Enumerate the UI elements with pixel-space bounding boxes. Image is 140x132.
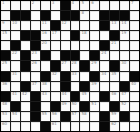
white-cell-10-7[interactable]: 44 (61, 92, 70, 101)
clue-number: 28 (72, 61, 77, 65)
clue-number: 42 (22, 92, 27, 96)
white-cell-9-4[interactable]: 37 (31, 82, 40, 91)
black-cell-7-9 (80, 61, 89, 70)
black-cell-8-10 (90, 72, 99, 81)
white-cell-3-1[interactable]: 9 (1, 21, 10, 30)
white-cell-8-2[interactable]: 31 (11, 72, 20, 81)
white-cell-11-11[interactable] (100, 102, 109, 111)
black-cell-12-7 (61, 112, 70, 121)
white-cell-8-4[interactable] (31, 72, 40, 81)
clue-number: 17 (52, 31, 57, 35)
clue-number: 38 (42, 82, 47, 86)
black-cell-2-3 (21, 11, 30, 20)
clue-number: 13 (111, 21, 116, 25)
clue-number: 61 (52, 122, 57, 126)
white-cell-3-4[interactable] (31, 21, 40, 30)
clue-number: 40 (131, 82, 136, 86)
white-cell-7-11[interactable] (100, 61, 109, 70)
white-cell-10-2[interactable]: 41 (11, 92, 20, 101)
white-cell-9-11[interactable] (100, 82, 109, 91)
white-cell-1-12[interactable] (110, 1, 119, 10)
black-cell-9-13 (120, 82, 129, 91)
white-cell-9-6[interactable] (51, 82, 60, 91)
white-cell-7-14[interactable] (130, 61, 139, 70)
white-cell-10-10[interactable] (90, 92, 99, 101)
black-cell-2-11 (100, 11, 109, 20)
white-cell-7-4[interactable]: 26 (31, 61, 40, 70)
clue-number: 15 (2, 31, 7, 35)
white-cell-9-12[interactable] (110, 82, 119, 91)
white-cell-8-3[interactable] (21, 72, 30, 81)
white-cell-9-10[interactable]: 39 (90, 82, 99, 91)
crossword-grid: 1234567891011121314151617181920212223242… (0, 0, 140, 132)
clue-number: 9 (2, 21, 5, 25)
black-cell-4-3 (21, 31, 30, 40)
white-cell-11-3[interactable] (21, 102, 30, 111)
white-cell-11-13[interactable]: 52 (120, 102, 129, 111)
black-cell-9-9 (80, 82, 89, 91)
white-cell-3-13[interactable]: 14 (120, 21, 129, 30)
black-cell-11-12 (110, 102, 119, 111)
white-cell-10-3[interactable]: 42 (21, 92, 30, 101)
black-cell-13-11 (100, 122, 109, 131)
white-cell-10-9[interactable]: 45 (80, 92, 89, 101)
black-cell-12-13 (120, 112, 129, 121)
black-cell-9-7 (61, 82, 70, 91)
clue-number: 46 (111, 92, 116, 96)
black-cell-11-9 (80, 102, 89, 111)
black-cell-7-12 (110, 61, 119, 70)
clue-number: 34 (101, 72, 106, 76)
white-cell-4-6[interactable]: 17 (51, 31, 60, 40)
white-cell-4-1[interactable]: 15 (1, 31, 10, 40)
white-cell-7-5[interactable] (41, 61, 50, 70)
white-cell-10-13[interactable]: 47 (120, 92, 129, 101)
white-cell-12-6[interactable]: 56 (51, 112, 60, 121)
black-cell-2-7 (61, 11, 70, 20)
white-cell-13-10[interactable] (90, 122, 99, 131)
clue-number: 51 (91, 102, 96, 106)
clue-number: 50 (72, 102, 77, 106)
white-cell-6-14[interactable] (130, 51, 139, 60)
clue-number: 37 (32, 82, 37, 86)
clue-number: 36 (2, 82, 7, 86)
clue-number: 27 (62, 61, 67, 65)
white-cell-9-1[interactable]: 36 (1, 82, 10, 91)
white-cell-2-14[interactable] (130, 11, 139, 20)
white-cell-13-14[interactable] (130, 122, 139, 131)
clue-number: 6 (91, 1, 94, 5)
black-cell-13-5 (41, 122, 50, 131)
clue-number: 59 (111, 112, 116, 116)
clue-number: 21 (111, 41, 116, 45)
white-cell-4-9[interactable]: 18 (80, 31, 89, 40)
clue-number: 11 (42, 21, 47, 25)
black-cell-8-1 (1, 72, 10, 81)
white-cell-1-14[interactable]: 7 (130, 1, 139, 10)
white-cell-1-4[interactable]: 2 (31, 1, 40, 10)
white-cell-12-1[interactable]: 53 (1, 112, 10, 121)
black-cell-10-1 (1, 92, 10, 101)
clue-number: 4 (72, 1, 75, 5)
white-cell-11-1[interactable]: 48 (1, 102, 10, 111)
white-cell-7-7[interactable]: 27 (61, 61, 70, 70)
clue-number: 33 (72, 72, 77, 76)
clue-number: 5 (81, 1, 84, 5)
white-cell-4-13[interactable]: 19 (120, 31, 129, 40)
white-cell-3-3[interactable] (21, 21, 30, 30)
white-cell-7-1[interactable]: 25 (1, 61, 10, 70)
white-cell-7-8[interactable]: 28 (71, 61, 80, 70)
white-cell-5-6[interactable] (51, 41, 60, 50)
clue-number: 43 (42, 92, 47, 96)
clue-number: 52 (121, 102, 126, 106)
clue-number: 22 (12, 51, 17, 55)
white-cell-9-2[interactable] (11, 82, 20, 91)
white-cell-6-11[interactable]: 24 (100, 51, 109, 60)
white-cell-9-5[interactable]: 38 (41, 82, 50, 91)
white-cell-10-6[interactable] (51, 92, 60, 101)
black-cell-6-3 (21, 51, 30, 60)
white-cell-2-4[interactable] (31, 11, 40, 20)
clue-number: 57 (72, 112, 77, 116)
white-cell-5-10[interactable] (90, 41, 99, 50)
clue-number: 48 (2, 102, 7, 106)
clue-number: 41 (12, 92, 17, 96)
white-cell-1-5[interactable] (41, 1, 50, 10)
white-cell-4-14[interactable] (130, 31, 139, 40)
white-cell-3-9[interactable] (80, 21, 89, 30)
black-cell-6-8 (71, 51, 80, 60)
crossword-page: 1234567891011121314151617181920212223242… (0, 0, 140, 132)
white-cell-13-8[interactable] (71, 122, 80, 131)
white-cell-12-14[interactable] (130, 112, 139, 121)
white-cell-12-12[interactable]: 59 (110, 112, 119, 121)
clue-number: 29 (91, 61, 96, 65)
black-cell-5-4 (31, 41, 40, 50)
black-cell-4-4 (31, 31, 40, 40)
black-cell-8-7 (61, 72, 70, 81)
black-cell-8-5 (41, 72, 50, 81)
black-cell-2-8 (71, 11, 80, 20)
black-cell-12-11 (100, 112, 109, 121)
clue-number: 62 (111, 122, 116, 126)
white-cell-3-14[interactable] (130, 21, 139, 30)
white-cell-13-4[interactable] (31, 122, 40, 131)
white-cell-1-13[interactable] (120, 1, 129, 10)
white-cell-3-12[interactable]: 13 (110, 21, 119, 30)
clue-number: 7 (131, 1, 134, 5)
white-cell-12-2[interactable]: 54 (11, 112, 20, 121)
white-cell-11-10[interactable]: 51 (90, 102, 99, 111)
white-cell-6-2[interactable]: 22 (11, 51, 20, 60)
black-cell-1-7 (61, 1, 70, 10)
white-cell-10-5[interactable]: 43 (41, 92, 50, 101)
black-cell-4-12 (110, 31, 119, 40)
white-cell-13-2[interactable] (11, 122, 20, 131)
white-cell-12-8[interactable]: 57 (71, 112, 80, 121)
clue-number: 25 (2, 61, 7, 65)
white-cell-13-9[interactable] (80, 122, 89, 131)
white-cell-8-12[interactable]: 35 (110, 72, 119, 81)
white-cell-12-9[interactable]: 58 (80, 112, 89, 121)
white-cell-5-3[interactable] (21, 41, 30, 50)
black-cell-2-12 (110, 11, 119, 20)
black-cell-12-4 (31, 112, 40, 121)
white-cell-8-11[interactable]: 34 (100, 72, 109, 81)
white-cell-4-5[interactable]: 16 (41, 31, 50, 40)
black-cell-11-6 (51, 102, 60, 111)
white-cell-13-12[interactable]: 62 (110, 122, 119, 131)
white-cell-2-10[interactable] (90, 11, 99, 20)
clue-number: 24 (101, 51, 106, 55)
black-cell-2-2 (11, 11, 20, 20)
white-cell-1-6[interactable]: 3 (51, 1, 60, 10)
clue-number: 58 (81, 112, 86, 116)
white-cell-9-8[interactable] (71, 82, 80, 91)
white-cell-6-12[interactable] (110, 51, 119, 60)
white-cell-4-11[interactable] (100, 31, 109, 40)
white-cell-11-14[interactable] (130, 102, 139, 111)
white-cell-5-1[interactable] (1, 41, 10, 50)
white-cell-13-13[interactable] (120, 122, 129, 131)
clue-number: 26 (32, 61, 37, 65)
white-cell-8-6[interactable]: 32 (51, 72, 60, 81)
white-cell-3-10[interactable] (90, 21, 99, 30)
white-cell-13-7[interactable] (61, 122, 70, 131)
clue-number: 18 (81, 31, 86, 35)
white-cell-12-3[interactable] (21, 112, 30, 121)
clue-number: 30 (121, 61, 126, 65)
clue-number: 44 (62, 92, 67, 96)
white-cell-9-14[interactable]: 40 (130, 82, 139, 91)
white-cell-3-5[interactable]: 11 (41, 21, 50, 30)
black-cell-9-3 (21, 82, 30, 91)
black-cell-11-2 (11, 102, 20, 111)
clue-number: 2 (32, 1, 35, 5)
white-cell-5-12[interactable]: 21 (110, 41, 119, 50)
white-cell-7-2[interactable] (11, 61, 20, 70)
white-cell-8-8[interactable]: 33 (71, 72, 80, 81)
black-cell-10-8 (71, 92, 80, 101)
black-cell-8-14 (130, 72, 139, 81)
white-cell-6-9[interactable] (80, 51, 89, 60)
black-cell-2-5 (41, 11, 50, 20)
black-cell-6-1 (1, 51, 10, 60)
clue-number: 47 (121, 92, 126, 96)
clue-number: 60 (2, 122, 7, 126)
white-cell-5-7[interactable] (61, 41, 70, 50)
white-cell-12-5[interactable]: 55 (41, 112, 50, 121)
white-cell-1-1[interactable]: 1 (1, 1, 10, 10)
white-cell-5-8[interactable] (71, 41, 80, 50)
clue-number: 3 (52, 1, 55, 5)
white-cell-7-13[interactable]: 30 (120, 61, 129, 70)
clue-number: 14 (121, 21, 126, 25)
black-cell-7-3 (21, 61, 30, 70)
white-cell-6-4[interactable]: 23 (31, 51, 40, 60)
white-cell-13-3[interactable] (21, 122, 30, 131)
clue-number: 10 (12, 21, 17, 25)
black-cell-5-2 (11, 41, 20, 50)
clue-number: 12 (62, 21, 67, 25)
white-cell-10-14[interactable] (130, 92, 139, 101)
white-cell-5-14[interactable] (130, 41, 139, 50)
white-cell-13-1[interactable]: 60 (1, 122, 10, 131)
black-cell-6-10 (90, 51, 99, 60)
black-cell-2-13 (120, 11, 129, 20)
white-cell-10-12[interactable]: 46 (110, 92, 119, 101)
clue-number: 39 (91, 82, 96, 86)
white-cell-5-5[interactable]: 20 (41, 41, 50, 50)
white-cell-1-11[interactable] (100, 1, 109, 10)
clue-number: 1 (2, 1, 5, 5)
white-cell-3-8[interactable] (71, 21, 80, 30)
white-cell-7-10[interactable]: 29 (90, 61, 99, 70)
clue-number: 31 (12, 72, 17, 76)
clue-number: 55 (42, 112, 47, 116)
white-cell-6-13[interactable] (120, 51, 129, 60)
white-cell-4-10[interactable] (90, 31, 99, 40)
white-cell-11-8[interactable]: 50 (71, 102, 80, 111)
white-cell-11-5[interactable] (41, 102, 50, 111)
black-cell-5-11 (100, 41, 109, 50)
white-cell-3-7[interactable]: 12 (61, 21, 70, 30)
clue-number: 20 (42, 41, 47, 45)
white-cell-2-1[interactable] (1, 11, 10, 20)
black-cell-7-6 (51, 61, 60, 70)
black-cell-6-5 (41, 51, 50, 60)
black-cell-3-11 (100, 21, 109, 30)
white-cell-1-2[interactable] (11, 1, 20, 10)
white-cell-4-2[interactable] (11, 31, 20, 40)
clue-number: 53 (2, 112, 7, 116)
clue-number: 8 (81, 11, 84, 15)
clue-number: 23 (32, 51, 37, 55)
black-cell-3-6 (51, 21, 60, 30)
black-cell-10-4 (31, 92, 40, 101)
clue-number: 32 (52, 72, 57, 76)
white-cell-2-9[interactable]: 8 (80, 11, 89, 20)
white-cell-1-10[interactable]: 6 (90, 1, 99, 10)
white-cell-1-8[interactable]: 4 (71, 1, 80, 10)
white-cell-3-2[interactable]: 10 (11, 21, 20, 30)
black-cell-10-11 (100, 92, 109, 101)
clue-number: 56 (52, 112, 57, 116)
white-cell-8-9[interactable] (80, 72, 89, 81)
white-cell-4-7[interactable] (61, 31, 70, 40)
clue-number: 54 (12, 112, 17, 116)
clue-number: 49 (62, 102, 67, 106)
white-cell-12-10[interactable] (90, 112, 99, 121)
white-cell-8-13[interactable] (120, 72, 129, 81)
clue-number: 19 (121, 31, 126, 35)
white-cell-1-3[interactable] (21, 1, 30, 10)
white-cell-5-13[interactable] (120, 41, 129, 50)
black-cell-4-8 (71, 31, 80, 40)
white-cell-2-6[interactable] (51, 11, 60, 20)
black-cell-6-7 (61, 51, 70, 60)
clue-number: 16 (42, 31, 47, 35)
white-cell-5-9[interactable] (80, 41, 89, 50)
white-cell-6-6[interactable] (51, 51, 60, 60)
white-cell-1-9[interactable]: 5 (80, 1, 89, 10)
white-cell-11-7[interactable]: 49 (61, 102, 70, 111)
black-cell-11-4 (31, 102, 40, 111)
white-cell-13-6[interactable]: 61 (51, 122, 60, 131)
clue-number: 35 (111, 72, 116, 76)
clue-number: 45 (81, 92, 86, 96)
